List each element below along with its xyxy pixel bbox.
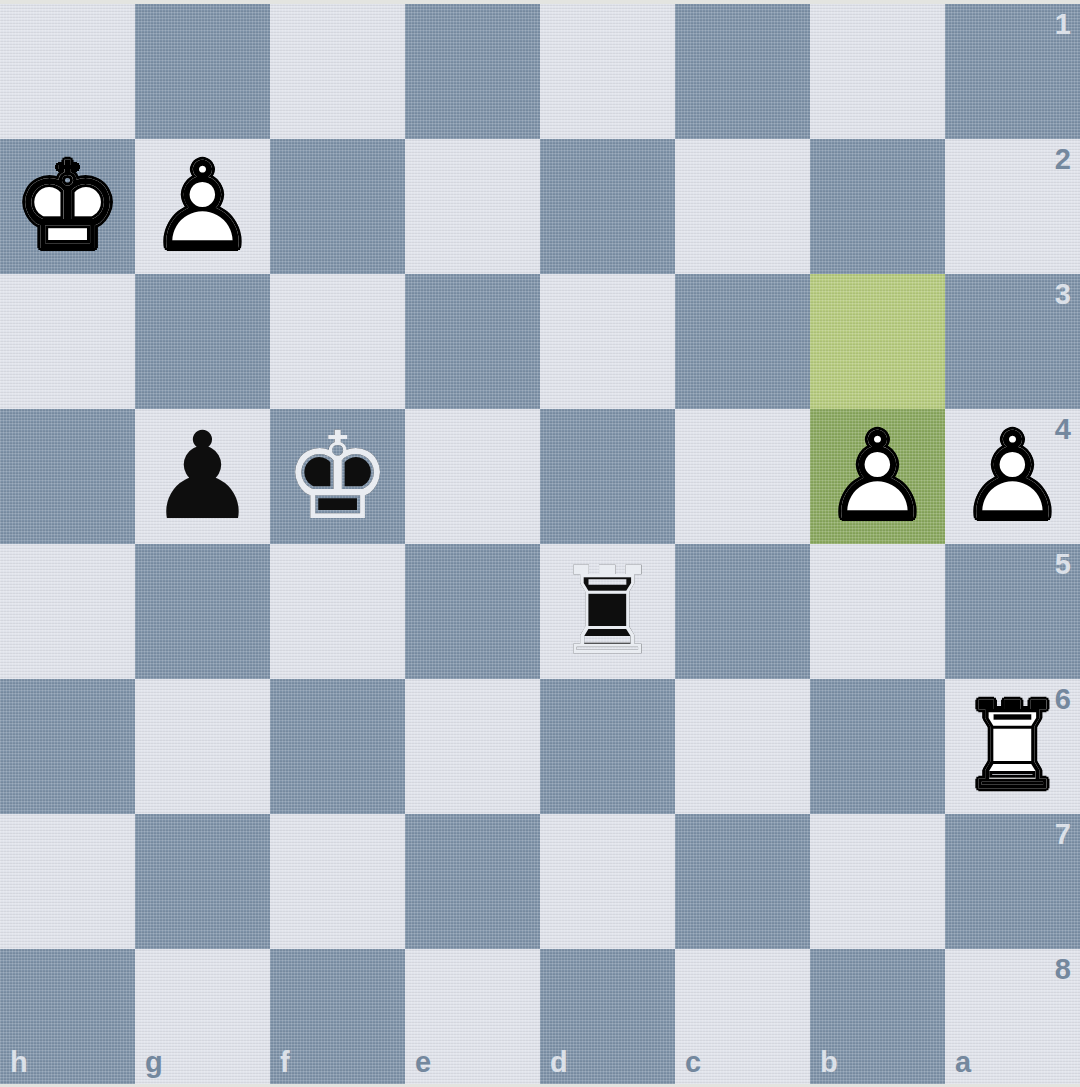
square-h2[interactable]: ♚♔ — [0, 139, 135, 274]
square-e6[interactable] — [405, 679, 540, 814]
square-b8[interactable]: b — [810, 949, 945, 1084]
square-c6[interactable] — [675, 679, 810, 814]
rank-label-4: 4 — [1055, 415, 1071, 444]
piece-black-king-f4[interactable]: ♚♔ — [270, 409, 405, 544]
square-b6[interactable] — [810, 679, 945, 814]
square-a6[interactable]: ♜♖6 — [945, 679, 1080, 814]
square-e1[interactable] — [405, 4, 540, 139]
square-d8[interactable]: d — [540, 949, 675, 1084]
square-d7[interactable] — [540, 814, 675, 949]
square-f5[interactable] — [270, 544, 405, 679]
file-label-a: a — [955, 1048, 971, 1077]
rank-label-8: 8 — [1055, 955, 1071, 984]
piece-black-pawn-g4[interactable]: ♟ — [135, 409, 270, 544]
square-d1[interactable] — [540, 4, 675, 139]
square-b3[interactable] — [810, 274, 945, 409]
white-pawn-outline-glyph: ♙ — [135, 139, 270, 274]
rank-label-7: 7 — [1055, 820, 1071, 849]
square-c7[interactable] — [675, 814, 810, 949]
square-f1[interactable] — [270, 4, 405, 139]
black-pawn-fill-glyph: ♟ — [135, 409, 270, 544]
square-c8[interactable]: c — [675, 949, 810, 1084]
file-label-c: c — [685, 1048, 701, 1077]
square-e3[interactable] — [405, 274, 540, 409]
piece-white-pawn-g2[interactable]: ♟♙ — [135, 139, 270, 274]
square-d3[interactable] — [540, 274, 675, 409]
rank-label-6: 6 — [1055, 685, 1071, 714]
square-c5[interactable] — [675, 544, 810, 679]
rank-label-3: 3 — [1055, 280, 1071, 309]
black-king-outline-glyph: ♔ — [270, 409, 405, 544]
square-f3[interactable] — [270, 274, 405, 409]
square-e2[interactable] — [405, 139, 540, 274]
square-c3[interactable] — [675, 274, 810, 409]
square-b7[interactable] — [810, 814, 945, 949]
square-g8[interactable]: g — [135, 949, 270, 1084]
file-label-d: d — [550, 1048, 568, 1077]
square-a3[interactable]: 3 — [945, 274, 1080, 409]
piece-white-pawn-b4[interactable]: ♟♙ — [810, 409, 945, 544]
square-c2[interactable] — [675, 139, 810, 274]
piece-black-rook-d5[interactable]: ♜♖ — [540, 544, 675, 679]
file-label-g: g — [145, 1048, 163, 1077]
square-a7[interactable]: 7 — [945, 814, 1080, 949]
square-e4[interactable] — [405, 409, 540, 544]
square-f7[interactable] — [270, 814, 405, 949]
square-a5[interactable]: 5 — [945, 544, 1080, 679]
square-b2[interactable] — [810, 139, 945, 274]
square-h5[interactable] — [0, 544, 135, 679]
square-d2[interactable] — [540, 139, 675, 274]
square-a2[interactable]: 2 — [945, 139, 1080, 274]
square-d6[interactable] — [540, 679, 675, 814]
piece-white-king-h2[interactable]: ♚♔ — [0, 139, 135, 274]
square-g2[interactable]: ♟♙ — [135, 139, 270, 274]
square-f6[interactable] — [270, 679, 405, 814]
file-label-h: h — [10, 1048, 28, 1077]
white-pawn-outline-glyph: ♙ — [810, 409, 945, 544]
white-king-outline-glyph: ♔ — [0, 139, 135, 274]
square-g7[interactable] — [135, 814, 270, 949]
square-g3[interactable] — [135, 274, 270, 409]
square-f4[interactable]: ♚♔ — [270, 409, 405, 544]
file-label-b: b — [820, 1048, 838, 1077]
black-rook-outline-glyph: ♖ — [540, 544, 675, 679]
square-g4[interactable]: ♟ — [135, 409, 270, 544]
square-c4[interactable] — [675, 409, 810, 544]
square-a1[interactable]: 1 — [945, 4, 1080, 139]
square-a8[interactable]: a8 — [945, 949, 1080, 1084]
rank-label-1: 1 — [1055, 10, 1071, 39]
square-b4[interactable]: ♟♙ — [810, 409, 945, 544]
square-f8[interactable]: f — [270, 949, 405, 1084]
file-label-f: f — [280, 1048, 290, 1077]
square-h7[interactable] — [0, 814, 135, 949]
file-label-e: e — [415, 1048, 431, 1077]
rank-label-5: 5 — [1055, 550, 1071, 579]
square-c1[interactable] — [675, 4, 810, 139]
square-h1[interactable] — [0, 4, 135, 139]
square-g1[interactable] — [135, 4, 270, 139]
square-f2[interactable] — [270, 139, 405, 274]
chess-board: 1♚♔♟♙23♟♚♔♟♙♟♙4♜♖5♜♖67hgfedcba8 — [0, 4, 1080, 1084]
square-g5[interactable] — [135, 544, 270, 679]
square-h8[interactable]: h — [0, 949, 135, 1084]
square-e7[interactable] — [405, 814, 540, 949]
square-h3[interactable] — [0, 274, 135, 409]
square-g6[interactable] — [135, 679, 270, 814]
square-d5[interactable]: ♜♖ — [540, 544, 675, 679]
square-b1[interactable] — [810, 4, 945, 139]
square-h6[interactable] — [0, 679, 135, 814]
square-d4[interactable] — [540, 409, 675, 544]
square-e8[interactable]: e — [405, 949, 540, 1084]
square-a4[interactable]: ♟♙4 — [945, 409, 1080, 544]
square-e5[interactable] — [405, 544, 540, 679]
page: { "game": "chess", "position": { "fen": … — [0, 0, 1080, 1087]
square-h4[interactable] — [0, 409, 135, 544]
rank-label-2: 2 — [1055, 145, 1071, 174]
square-b5[interactable] — [810, 544, 945, 679]
